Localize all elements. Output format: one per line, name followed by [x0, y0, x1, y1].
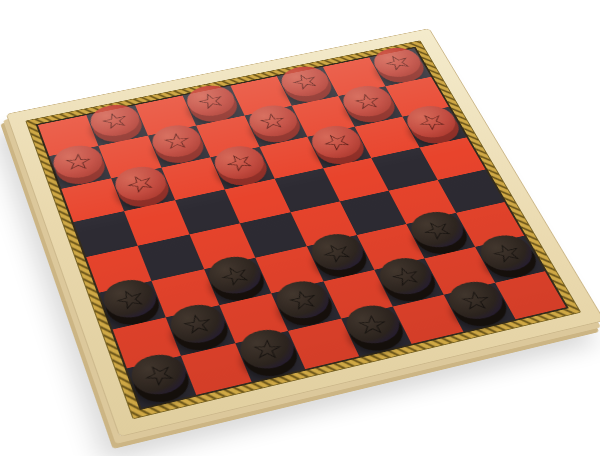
star-engraving-icon: ☆	[385, 261, 426, 291]
star-engraving-icon: ☆	[97, 107, 134, 133]
star-engraving-icon: ☆	[120, 169, 162, 198]
star-engraving-icon: ☆	[286, 68, 325, 94]
star-engraving-icon: ☆	[315, 128, 358, 156]
star-engraving-icon: ☆	[135, 357, 183, 393]
star-engraving-icon: ☆	[315, 236, 359, 267]
checkers-board: ☆☆☆☆☆☆☆☆☆☆☆☆☆☆☆☆☆☆☆☆☆☆☆☆	[6, 28, 600, 437]
star-engraving-icon: ☆	[63, 150, 93, 173]
board-field: ☆☆☆☆☆☆☆☆☆☆☆☆☆☆☆☆☆☆☆☆☆☆☆☆	[36, 47, 569, 410]
star-engraving-icon: ☆	[179, 309, 217, 339]
star-engraving-icon: ☆	[415, 214, 460, 245]
star-engraving-icon: ☆	[410, 108, 453, 136]
star-engraving-icon: ☆	[251, 336, 284, 363]
rope-border: ☆☆☆☆☆☆☆☆☆☆☆☆☆☆☆☆☆☆☆☆☆☆☆☆	[25, 40, 581, 419]
star-engraving-icon: ☆	[192, 88, 230, 114]
board-scene: ☆☆☆☆☆☆☆☆☆☆☆☆☆☆☆☆☆☆☆☆☆☆☆☆	[0, 0, 600, 456]
star-engraving-icon: ☆	[161, 129, 193, 153]
star-engraving-icon: ☆	[377, 50, 416, 75]
photo-stage: ☆☆☆☆☆☆☆☆☆☆☆☆☆☆☆☆☆☆☆☆☆☆☆☆	[0, 0, 600, 456]
star-engraving-icon: ☆	[458, 287, 495, 314]
star-engraving-icon: ☆	[283, 285, 323, 315]
star-engraving-icon: ☆	[256, 109, 290, 133]
star-engraving-icon: ☆	[485, 238, 527, 268]
star-engraving-icon: ☆	[213, 259, 257, 291]
star-engraving-icon: ☆	[218, 148, 260, 177]
star-engraving-icon: ☆	[109, 283, 152, 315]
star-engraving-icon: ☆	[350, 89, 385, 113]
star-engraving-icon: ☆	[355, 311, 390, 338]
